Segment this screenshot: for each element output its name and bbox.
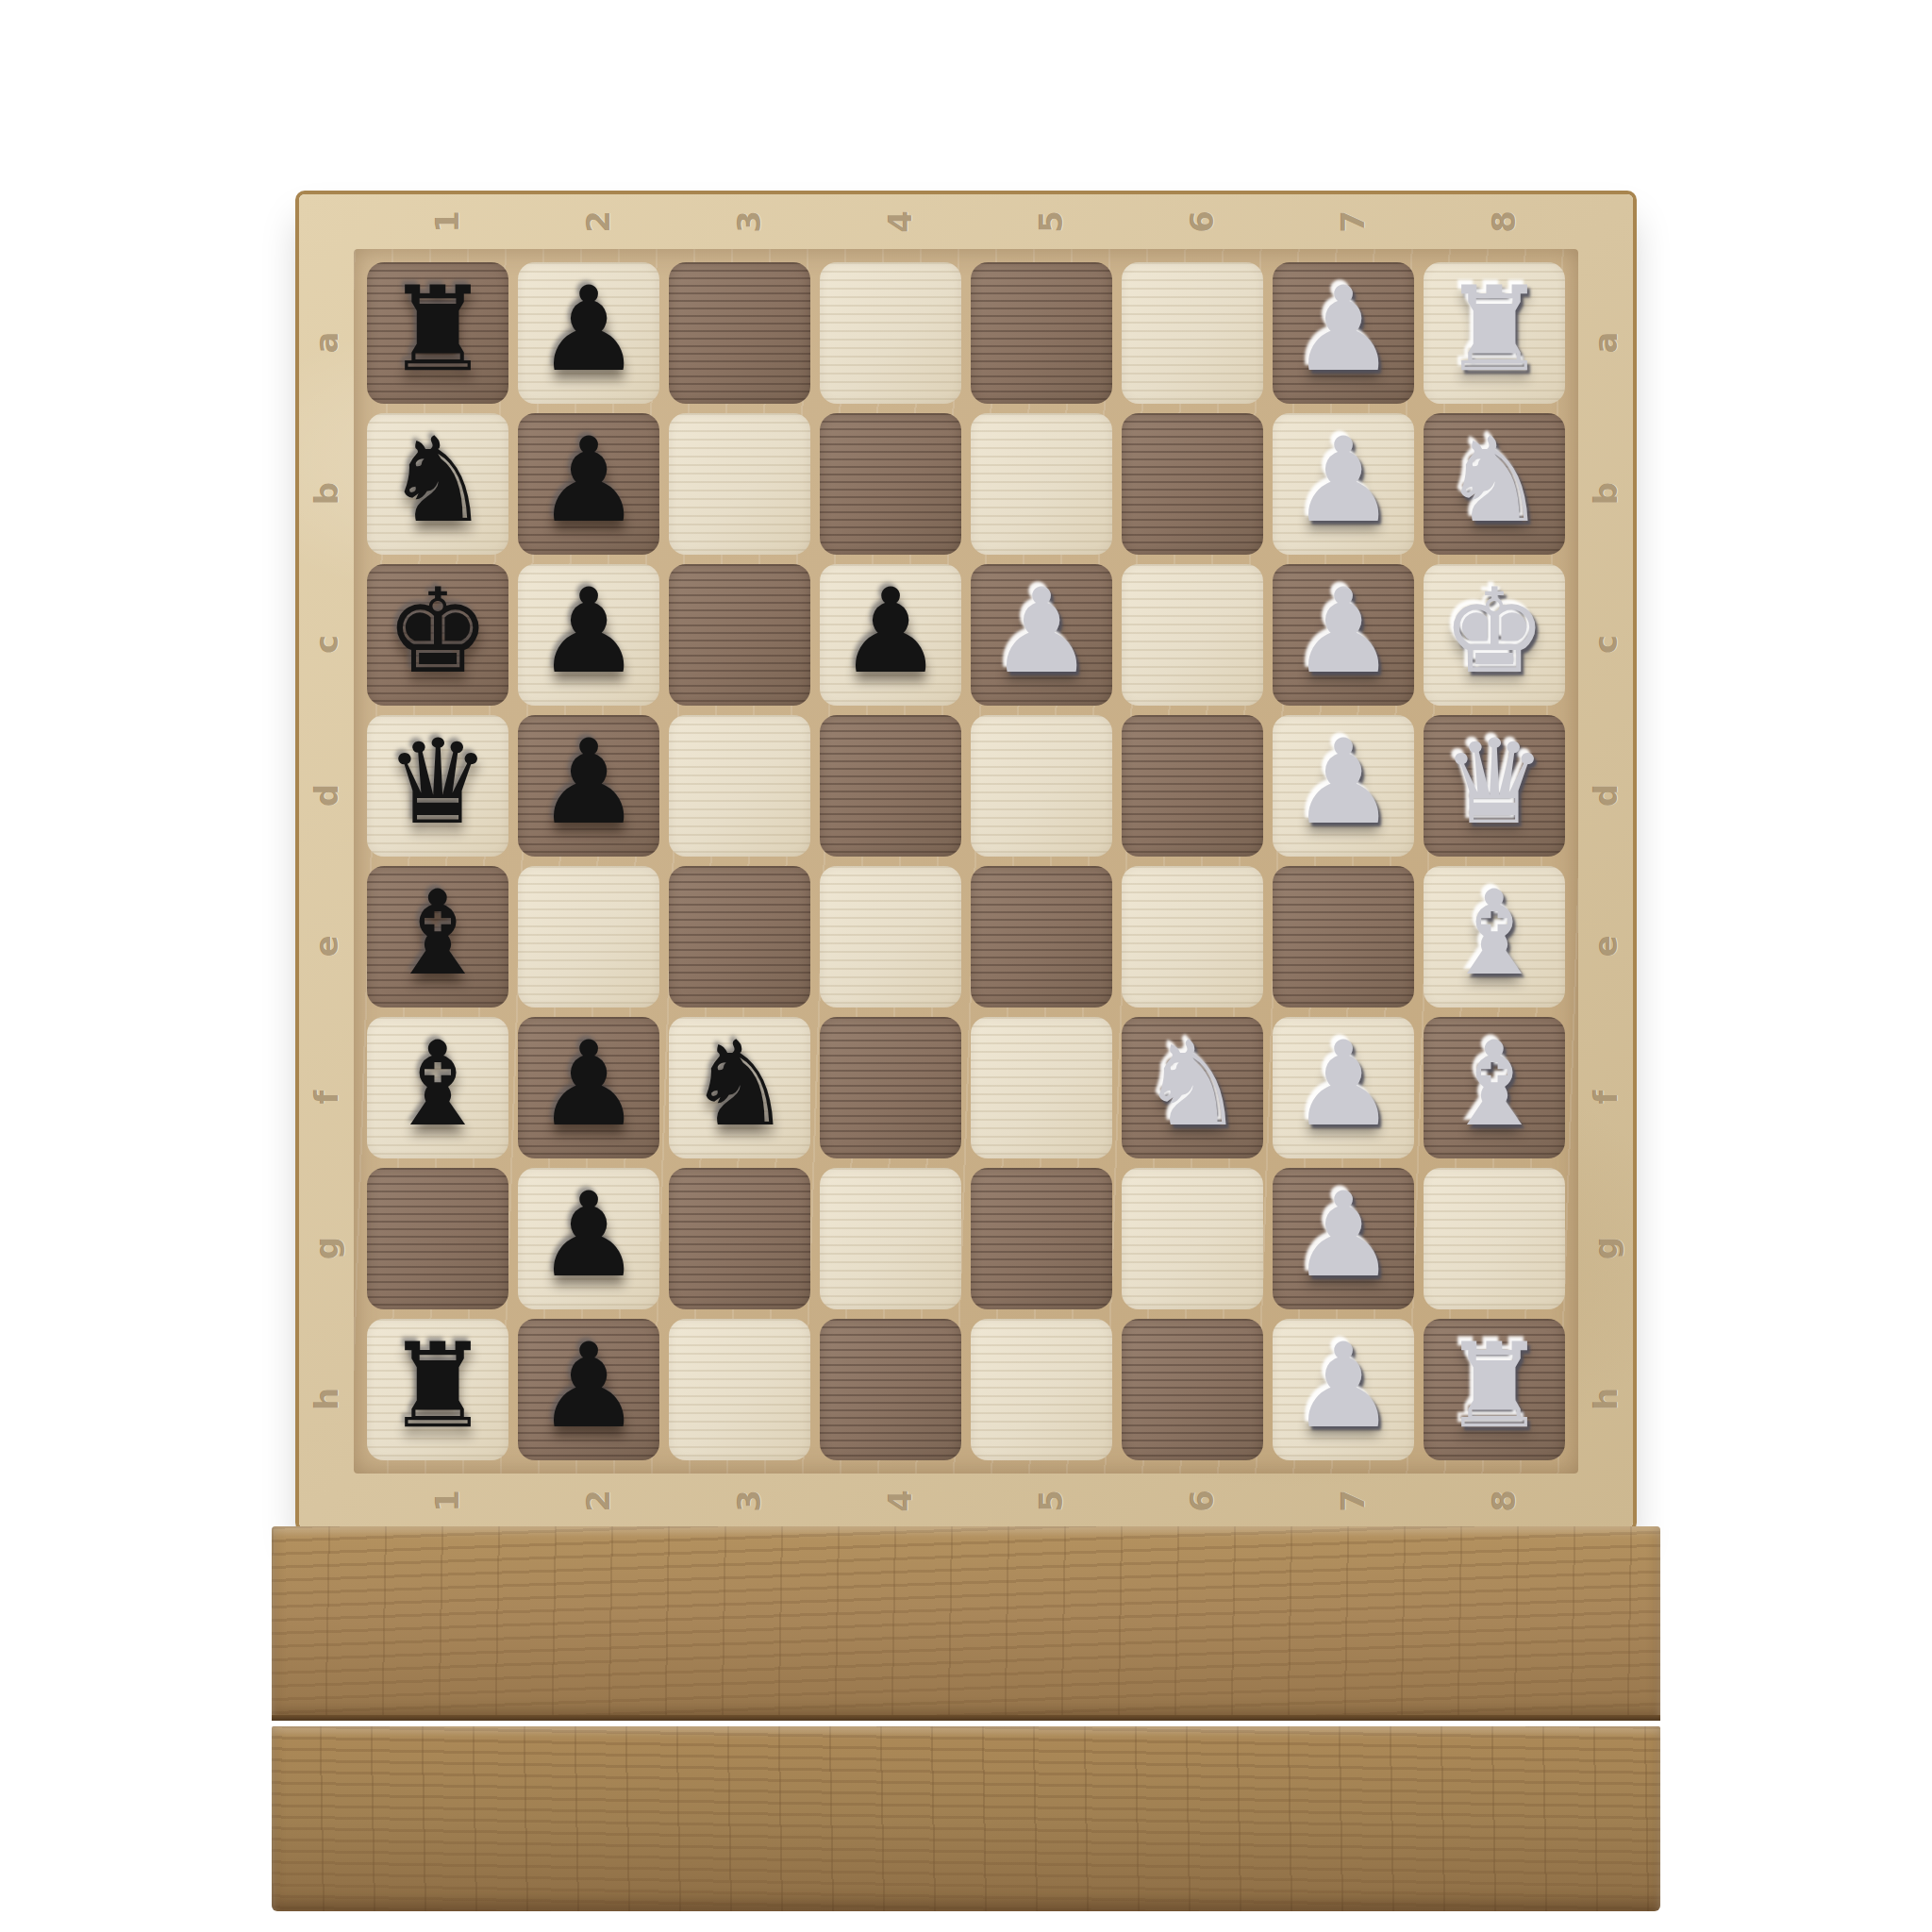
square-a8[interactable]: ♜ (1424, 262, 1565, 404)
square-g3[interactable] (669, 1168, 810, 1309)
square-f6[interactable]: ♞ (1122, 1017, 1263, 1158)
square-d1[interactable]: ♛ (367, 715, 508, 857)
coordinate-label-2: 2 (579, 210, 617, 233)
silver-bishop-f8[interactable]: ♝ (1441, 1013, 1546, 1155)
black-pawn-b2[interactable]: ♟ (536, 409, 641, 551)
square-e6[interactable] (1122, 866, 1263, 1008)
coordinate-label-7: 7 (1334, 1490, 1372, 1512)
file-labels-right: abcdefgh (1578, 249, 1633, 1474)
square-b3[interactable] (669, 413, 810, 555)
coordinate-label-4: 4 (881, 1490, 919, 1512)
coordinate-label-8: 8 (1485, 210, 1523, 233)
square-h5[interactable] (971, 1319, 1112, 1460)
rank-labels-front: 12345678 (354, 1474, 1578, 1528)
silver-pawn-b7[interactable]: ♟ (1291, 409, 1395, 551)
coordinate-label-b: b (308, 482, 345, 505)
silver-pawn-c7[interactable]: ♟ (1291, 560, 1395, 702)
silver-bishop-e8[interactable]: ♝ (1441, 862, 1546, 1004)
square-d4[interactable] (820, 715, 961, 857)
coordinate-label-d: d (1587, 784, 1624, 807)
black-pawn-f2[interactable]: ♟ (536, 1013, 641, 1155)
square-c8[interactable]: ♚ (1424, 564, 1565, 706)
coordinate-label-e: e (1587, 935, 1624, 957)
black-pawn-a2[interactable]: ♟ (536, 258, 641, 400)
coordinate-label-f: f (308, 1091, 345, 1105)
square-a6[interactable] (1122, 262, 1263, 404)
silver-pawn-g7[interactable]: ♟ (1291, 1164, 1395, 1306)
square-d8[interactable]: ♛ (1424, 715, 1565, 857)
square-d5[interactable] (971, 715, 1112, 857)
black-pawn-h2[interactable]: ♟ (536, 1315, 641, 1457)
black-pawn-c4[interactable]: ♟ (838, 560, 942, 702)
box-lid-edge (272, 1526, 1660, 1721)
silver-pawn-c5[interactable]: ♟ (989, 560, 1093, 702)
coordinate-label-h: h (1587, 1388, 1624, 1410)
square-d6[interactable] (1122, 715, 1263, 857)
black-knight-b1[interactable]: ♞ (385, 409, 490, 551)
square-a2[interactable]: ♟ (518, 262, 659, 404)
coordinate-label-3: 3 (730, 1490, 768, 1512)
square-c5[interactable]: ♟ (971, 564, 1112, 706)
square-g7[interactable]: ♟ (1273, 1168, 1414, 1309)
square-h6[interactable] (1122, 1319, 1263, 1460)
coordinate-label-f: f (1587, 1091, 1624, 1105)
coordinate-label-g: g (308, 1237, 345, 1259)
square-b4[interactable] (820, 413, 961, 555)
square-f2[interactable]: ♟ (518, 1017, 659, 1158)
silver-pawn-d7[interactable]: ♟ (1291, 711, 1395, 853)
square-g4[interactable] (820, 1168, 961, 1309)
square-e2[interactable] (518, 866, 659, 1008)
square-a1[interactable]: ♜ (367, 262, 508, 404)
square-b8[interactable]: ♞ (1424, 413, 1565, 555)
black-bishop-f1[interactable]: ♝ (385, 1013, 490, 1155)
square-g2[interactable]: ♟ (518, 1168, 659, 1309)
silver-knight-f6[interactable]: ♞ (1140, 1013, 1244, 1155)
coordinate-label-7: 7 (1334, 210, 1372, 233)
square-c3[interactable] (669, 564, 810, 706)
square-d7[interactable]: ♟ (1273, 715, 1414, 857)
board-squares: ♜♟♟♜♞♟♟♞♚♟♟♟♟♚♛♟♟♛♝♝♝♟♞♞♟♝♟♟♜♟♟♜ (354, 249, 1578, 1474)
silver-pawn-a7[interactable]: ♟ (1291, 258, 1395, 400)
square-c7[interactable]: ♟ (1273, 564, 1414, 706)
coordinate-label-5: 5 (1032, 1490, 1070, 1512)
chess-box (272, 1526, 1660, 1911)
silver-rook-a8[interactable]: ♜ (1441, 258, 1546, 400)
square-e4[interactable] (820, 866, 961, 1008)
square-c1[interactable]: ♚ (367, 564, 508, 706)
square-e8[interactable]: ♝ (1424, 866, 1565, 1008)
chessboard-frame: 12345678 abcdefgh ♜♟♟♜♞♟♟♞♚♟♟♟♟♚♛♟♟♛♝♝♝♟… (299, 194, 1633, 1528)
black-rook-a1[interactable]: ♜ (385, 258, 490, 400)
frame-corner (299, 1474, 354, 1528)
product-photo-stage: 12345678 abcdefgh ♜♟♟♜♞♟♟♞♚♟♟♟♟♚♛♟♟♛♝♝♝♟… (0, 0, 1932, 1932)
black-rook-h1[interactable]: ♜ (385, 1315, 490, 1457)
black-king-c1[interactable]: ♚ (385, 560, 490, 702)
coordinate-label-d: d (308, 784, 345, 807)
square-g8[interactable] (1424, 1168, 1565, 1309)
coordinate-label-3: 3 (730, 210, 768, 233)
coordinate-label-b: b (1587, 482, 1624, 505)
silver-queen-d8[interactable]: ♛ (1441, 711, 1546, 853)
square-e1[interactable]: ♝ (367, 866, 508, 1008)
square-a4[interactable] (820, 262, 961, 404)
coordinate-label-1: 1 (428, 1490, 466, 1512)
square-h3[interactable] (669, 1319, 810, 1460)
coordinate-label-a: a (1587, 332, 1624, 354)
square-g1[interactable] (367, 1168, 508, 1309)
square-e7[interactable] (1273, 866, 1414, 1008)
square-a7[interactable]: ♟ (1273, 262, 1414, 404)
square-f4[interactable] (820, 1017, 961, 1158)
square-b2[interactable]: ♟ (518, 413, 659, 555)
coordinate-label-6: 6 (1183, 1490, 1221, 1512)
black-bishop-e1[interactable]: ♝ (385, 862, 490, 1004)
square-f5[interactable] (971, 1017, 1112, 1158)
coordinate-label-c: c (308, 635, 345, 654)
coordinate-label-a: a (308, 332, 345, 354)
square-b5[interactable] (971, 413, 1112, 555)
black-pawn-c2[interactable]: ♟ (536, 560, 641, 702)
frame-corner (1578, 1474, 1633, 1528)
square-c4[interactable]: ♟ (820, 564, 961, 706)
silver-king-c8[interactable]: ♚ (1441, 560, 1546, 702)
square-b1[interactable]: ♞ (367, 413, 508, 555)
silver-pawn-f7[interactable]: ♟ (1291, 1013, 1395, 1155)
coordinate-label-h: h (308, 1388, 345, 1410)
square-d3[interactable] (669, 715, 810, 857)
coordinate-label-8: 8 (1485, 1490, 1523, 1512)
black-pawn-g2[interactable]: ♟ (536, 1164, 641, 1306)
square-c6[interactable] (1122, 564, 1263, 706)
square-h7[interactable]: ♟ (1273, 1319, 1414, 1460)
silver-pawn-h7[interactable]: ♟ (1291, 1315, 1395, 1457)
coordinate-label-c: c (1587, 635, 1624, 654)
black-knight-f3[interactable]: ♞ (687, 1013, 791, 1155)
square-b6[interactable] (1122, 413, 1263, 555)
silver-knight-b8[interactable]: ♞ (1441, 409, 1546, 551)
coordinate-label-4: 4 (881, 210, 919, 233)
coordinate-label-2: 2 (579, 1490, 617, 1512)
square-h2[interactable]: ♟ (518, 1319, 659, 1460)
square-f1[interactable]: ♝ (367, 1017, 508, 1158)
coordinate-label-5: 5 (1032, 210, 1070, 233)
black-pawn-d2[interactable]: ♟ (536, 711, 641, 853)
coordinate-label-1: 1 (428, 210, 466, 233)
square-f7[interactable]: ♟ (1273, 1017, 1414, 1158)
square-e5[interactable] (971, 866, 1112, 1008)
square-d2[interactable]: ♟ (518, 715, 659, 857)
square-e3[interactable] (669, 866, 810, 1008)
square-h1[interactable]: ♜ (367, 1319, 508, 1460)
silver-rook-h8[interactable]: ♜ (1441, 1315, 1546, 1457)
box-seam (272, 1715, 1660, 1721)
square-c2[interactable]: ♟ (518, 564, 659, 706)
square-a3[interactable] (669, 262, 810, 404)
box-base-edge (272, 1726, 1660, 1911)
square-h8[interactable]: ♜ (1424, 1319, 1565, 1460)
square-f3[interactable]: ♞ (669, 1017, 810, 1158)
file-labels-left: abcdefgh (299, 249, 354, 1474)
frame-corner (299, 194, 354, 249)
frame-corner (1578, 194, 1633, 249)
square-h4[interactable] (820, 1319, 961, 1460)
square-b7[interactable]: ♟ (1273, 413, 1414, 555)
square-a5[interactable] (971, 262, 1112, 404)
square-g5[interactable] (971, 1168, 1112, 1309)
coordinate-label-6: 6 (1183, 210, 1221, 233)
coordinate-label-g: g (1587, 1237, 1624, 1259)
rank-labels-back: 12345678 (354, 194, 1578, 249)
black-queen-d1[interactable]: ♛ (385, 711, 490, 853)
square-g6[interactable] (1122, 1168, 1263, 1309)
coordinate-label-e: e (308, 935, 345, 957)
square-f8[interactable]: ♝ (1424, 1017, 1565, 1158)
